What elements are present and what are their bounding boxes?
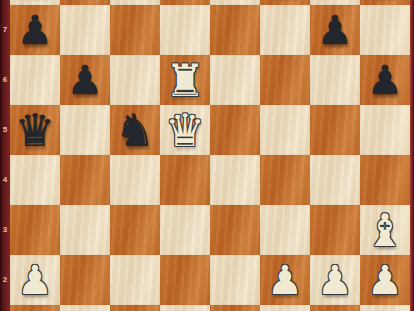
rank-label-3: 3	[0, 225, 10, 234]
piece-black-knight-c5[interactable]: ♞	[110, 105, 160, 155]
piece-white-pawn-a2[interactable]: ♟	[10, 255, 60, 305]
square-e1[interactable]	[210, 305, 260, 311]
piece-black-pawn-h6[interactable]: ♟	[360, 55, 410, 105]
square-e3[interactable]	[210, 205, 260, 255]
square-h4[interactable]	[360, 155, 410, 205]
square-e5[interactable]	[210, 105, 260, 155]
square-b2[interactable]	[60, 255, 110, 305]
piece-black-king-h8[interactable]: ♚	[360, 0, 410, 5]
square-d1[interactable]	[160, 305, 210, 311]
square-g3[interactable]	[310, 205, 360, 255]
square-h7[interactable]	[360, 5, 410, 55]
square-b1[interactable]	[60, 305, 110, 311]
piece-white-pawn-g2[interactable]: ♟	[310, 255, 360, 305]
square-h5[interactable]	[360, 105, 410, 155]
square-f3[interactable]	[260, 205, 310, 255]
square-a3[interactable]	[10, 205, 60, 255]
square-c3[interactable]	[110, 205, 160, 255]
piece-black-pawn-b6[interactable]: ♟	[60, 55, 110, 105]
piece-black-rook-f8[interactable]: ♜	[260, 0, 310, 5]
board-left-border: 765432	[0, 0, 10, 311]
piece-white-queen-d5[interactable]: ♛	[160, 105, 210, 155]
piece-white-bishop-h3[interactable]: ♝	[360, 205, 410, 255]
square-d2[interactable]	[160, 255, 210, 305]
square-b5[interactable]	[60, 105, 110, 155]
rank-label-2: 2	[0, 275, 10, 284]
rank-label-5: 5	[0, 125, 10, 134]
square-e4[interactable]	[210, 155, 260, 205]
square-f5[interactable]	[260, 105, 310, 155]
square-a4[interactable]	[10, 155, 60, 205]
square-c2[interactable]	[110, 255, 160, 305]
piece-white-pawn-f2[interactable]: ♟	[260, 255, 310, 305]
square-c1[interactable]	[110, 305, 160, 311]
chess-board: ♜♜♚♟♟♟♜♟♛♞♛♝♟♟♟♟♜♚	[10, 0, 410, 311]
square-e2[interactable]	[210, 255, 260, 305]
square-g4[interactable]	[310, 155, 360, 205]
square-d3[interactable]	[160, 205, 210, 255]
rank-label-4: 4	[0, 175, 10, 184]
square-b4[interactable]	[60, 155, 110, 205]
square-c4[interactable]	[110, 155, 160, 205]
piece-black-pawn-a7[interactable]: ♟	[10, 5, 60, 55]
piece-black-pawn-g7[interactable]: ♟	[310, 5, 360, 55]
square-d7[interactable]	[160, 5, 210, 55]
piece-white-rook-d6[interactable]: ♜	[160, 55, 210, 105]
rank-label-6: 6	[0, 75, 10, 84]
rank-label-7: 7	[0, 25, 10, 34]
square-g6[interactable]	[310, 55, 360, 105]
square-e6[interactable]	[210, 55, 260, 105]
square-d4[interactable]	[160, 155, 210, 205]
square-a1[interactable]	[10, 305, 60, 311]
board-right-border	[410, 0, 414, 311]
square-b7[interactable]	[60, 5, 110, 55]
square-c7[interactable]	[110, 5, 160, 55]
square-f7[interactable]	[260, 5, 310, 55]
square-c6[interactable]	[110, 55, 160, 105]
square-h1[interactable]	[360, 305, 410, 311]
square-f4[interactable]	[260, 155, 310, 205]
square-g5[interactable]	[310, 105, 360, 155]
square-b3[interactable]	[60, 205, 110, 255]
chess-board-screenshot: ♜♜♚♟♟♟♜♟♛♞♛♝♟♟♟♟♜♚ 765432	[0, 0, 414, 311]
square-e7[interactable]	[210, 5, 260, 55]
piece-white-pawn-h2[interactable]: ♟	[360, 255, 410, 305]
square-f6[interactable]	[260, 55, 310, 105]
piece-white-rook-f1[interactable]: ♜	[260, 305, 310, 311]
piece-white-king-g1[interactable]: ♚	[310, 305, 360, 311]
piece-black-queen-a5[interactable]: ♛	[10, 105, 60, 155]
square-a6[interactable]	[10, 55, 60, 105]
